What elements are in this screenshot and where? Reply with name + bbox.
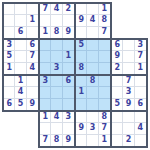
sudoku-cell-r12c12[interactable] <box>135 135 146 146</box>
sudoku-cell-r6c11[interactable] <box>123 63 134 74</box>
sudoku-cell-r7c1[interactable] <box>4 76 15 87</box>
sudoku-cell-r1c5[interactable]: 4 <box>51 4 62 15</box>
sudoku-cell-r11c12[interactable]: 4 <box>135 123 146 134</box>
sudoku-cell-r9c6[interactable] <box>63 99 74 110</box>
sudoku-cell-r5c1[interactable]: 5 <box>4 51 15 62</box>
sudoku-cell-r9c11[interactable]: 9 <box>123 99 134 110</box>
sudoku-cell-r6c6[interactable] <box>63 63 74 74</box>
sudoku-cell-r3c2[interactable]: 6 <box>15 27 26 38</box>
sudoku-cell-r9c8[interactable] <box>87 99 98 110</box>
sudoku-cell-r12c8[interactable] <box>87 135 98 146</box>
sudoku-box-overlap: 13 <box>38 38 76 76</box>
sudoku-cell-r12c4[interactable]: 7 <box>40 135 51 146</box>
sudoku-cell-r2c1[interactable] <box>4 15 15 26</box>
sudoku-cell-r10c5[interactable]: 4 <box>51 112 62 123</box>
sudoku-cell-r6c3[interactable]: 4 <box>27 63 38 74</box>
sudoku-box: 16 <box>2 2 40 40</box>
sudoku-box-overlap: 36 <box>38 74 76 112</box>
sudoku-cell-r11c4[interactable] <box>40 123 51 134</box>
sudoku-cell-r7c9[interactable] <box>99 76 110 87</box>
sudoku-cell-r1c6[interactable]: 2 <box>63 4 74 15</box>
sudoku-cell-r2c6[interactable] <box>63 15 74 26</box>
sudoku-cell-r3c4[interactable]: 1 <box>40 27 51 38</box>
sudoku-cell-r12c10[interactable] <box>112 135 123 146</box>
sudoku-box: 742189 <box>38 2 76 40</box>
sudoku-cell-r4c8[interactable] <box>87 40 98 51</box>
sudoku-cell-r4c6[interactable] <box>63 40 74 51</box>
sudoku-cell-r9c5[interactable] <box>51 99 62 110</box>
sudoku-cell-r12c11[interactable]: 2 <box>123 135 134 146</box>
sudoku-cell-r10c4[interactable]: 1 <box>40 112 51 123</box>
sudoku-cell-r12c6[interactable]: 9 <box>63 135 74 146</box>
sudoku-cell-r12c5[interactable]: 8 <box>51 135 62 146</box>
sudoku-cell-r6c7[interactable]: 8 <box>76 63 87 74</box>
sudoku-cell-r7c2[interactable]: 1 <box>15 76 26 87</box>
sudoku-cell-r10c8[interactable] <box>87 112 98 123</box>
sudoku-cell-r8c2[interactable]: 4 <box>15 87 26 98</box>
sudoku-cell-r4c7[interactable]: 5 <box>76 40 87 51</box>
sudoku-cell-r12c7[interactable] <box>76 135 87 146</box>
sudoku-box-overlap: 81 <box>74 74 112 112</box>
sudoku-cell-r5c10[interactable]: 9 <box>112 51 123 62</box>
sudoku-cell-r6c9[interactable] <box>99 63 110 74</box>
sudoku-cell-r9c3[interactable]: 9 <box>27 99 38 110</box>
sudoku-cell-r2c4[interactable] <box>40 15 51 26</box>
sudoku-cell-r8c10[interactable] <box>112 87 123 98</box>
sudoku-box-overlap: 58 <box>74 38 112 76</box>
sudoku-cell-r3c6[interactable]: 9 <box>63 27 74 38</box>
sudoku-cell-r8c9[interactable] <box>99 87 110 98</box>
sudoku-cell-r10c7[interactable] <box>76 112 87 123</box>
sudoku-cell-r4c12[interactable]: 3 <box>135 40 146 51</box>
sudoku-cell-r5c9[interactable] <box>99 51 110 62</box>
sudoku-cell-r3c9[interactable]: 7 <box>99 27 110 38</box>
sudoku-box: 365714 <box>2 38 40 76</box>
sudoku-cell-r11c9[interactable]: 7 <box>99 123 110 134</box>
sudoku-cell-r2c2[interactable] <box>15 15 26 26</box>
sudoku-cell-r2c7[interactable]: 9 <box>76 15 87 26</box>
sudoku-cell-r4c5[interactable] <box>51 40 62 51</box>
sudoku-cell-r4c1[interactable]: 3 <box>4 40 15 51</box>
sudoku-cell-r1c7[interactable] <box>76 4 87 15</box>
sudoku-cell-r9c4[interactable] <box>40 99 51 110</box>
sudoku-cell-r11c7[interactable]: 9 <box>76 123 87 134</box>
sudoku-cell-r3c7[interactable] <box>76 27 87 38</box>
sudoku-cell-r4c11[interactable] <box>123 40 134 51</box>
sudoku-cell-r10c9[interactable]: 8 <box>99 112 110 123</box>
sudoku-cell-r1c4[interactable]: 7 <box>40 4 51 15</box>
sudoku-cell-r5c3[interactable]: 7 <box>27 51 38 62</box>
sudoku-cell-r6c8[interactable] <box>87 63 98 74</box>
sudoku-box: 89371 <box>74 110 112 148</box>
sudoku-cell-r7c4[interactable]: 3 <box>40 76 51 87</box>
sudoku-cell-r11c10[interactable] <box>112 123 123 134</box>
sudoku-cell-r2c8[interactable]: 4 <box>87 15 98 26</box>
sudoku-cell-r10c6[interactable]: 3 <box>63 112 74 123</box>
sudoku-cell-r3c8[interactable] <box>87 27 98 38</box>
sudoku-cell-r3c3[interactable] <box>27 27 38 38</box>
sudoku-cell-r8c12[interactable] <box>135 87 146 98</box>
sudoku-cell-r7c5[interactable] <box>51 76 62 87</box>
sudoku-box: 73596 <box>110 74 148 112</box>
sudoku-cell-r8c4[interactable] <box>40 87 51 98</box>
sudoku-cell-r6c10[interactable]: 2 <box>112 63 123 74</box>
sudoku-cell-r5c5[interactable] <box>51 51 62 62</box>
sudoku-cell-r7c12[interactable] <box>135 76 146 87</box>
sudoku-cell-r7c10[interactable] <box>112 76 123 87</box>
sudoku-cell-r3c5[interactable]: 8 <box>51 27 62 38</box>
sudoku-cell-r4c10[interactable]: 6 <box>112 40 123 51</box>
sudoku-cell-r5c6[interactable]: 1 <box>63 51 74 62</box>
sudoku-cell-r5c7[interactable] <box>76 51 87 62</box>
sudoku-cell-r2c5[interactable] <box>51 15 62 26</box>
sudoku-box: 19487 <box>74 2 112 40</box>
sudoku-cell-r2c3[interactable]: 1 <box>27 15 38 26</box>
sudoku-box: 14659 <box>2 74 40 112</box>
sudoku-cell-r6c2[interactable] <box>15 63 26 74</box>
sudoku-cell-r4c2[interactable] <box>15 40 26 51</box>
sudoku-cell-r8c6[interactable] <box>63 87 74 98</box>
sudoku-cell-r11c8[interactable]: 3 <box>87 123 98 134</box>
sudoku-box: 42 <box>110 110 148 148</box>
sudoku-cell-r1c1[interactable] <box>4 4 15 15</box>
sudoku-cell-r6c5[interactable]: 3 <box>51 63 62 74</box>
sudoku-cell-r9c10[interactable]: 5 <box>112 99 123 110</box>
sudoku-cell-r5c2[interactable] <box>15 51 26 62</box>
sudoku-cell-r1c2[interactable] <box>15 4 26 15</box>
sudoku-cell-r10c10[interactable] <box>112 112 123 123</box>
sudoku-cell-r8c5[interactable] <box>51 87 62 98</box>
sudoku-cell-r4c4[interactable] <box>40 40 51 51</box>
sudoku-cell-r12c9[interactable]: 1 <box>99 135 110 146</box>
sudoku-cell-r7c11[interactable]: 7 <box>123 76 134 87</box>
sudoku-cell-r7c3[interactable] <box>27 76 38 87</box>
sudoku-cell-r9c9[interactable] <box>99 99 110 110</box>
sudoku-cell-r6c1[interactable]: 1 <box>4 63 15 74</box>
sudoku-cell-r11c6[interactable] <box>63 123 74 134</box>
sudoku-cell-r7c7[interactable] <box>76 76 87 87</box>
sudoku-cell-r8c3[interactable] <box>27 87 38 98</box>
sudoku-board: 1674218919487365714135863972114659368173… <box>0 0 150 150</box>
sudoku-cell-r3c1[interactable] <box>4 27 15 38</box>
sudoku-cell-r9c2[interactable]: 5 <box>15 99 26 110</box>
sudoku-cell-r4c3[interactable]: 6 <box>27 40 38 51</box>
sudoku-cell-r8c1[interactable] <box>4 87 15 98</box>
sudoku-cell-r1c3[interactable] <box>27 4 38 15</box>
sudoku-cell-r1c8[interactable] <box>87 4 98 15</box>
sudoku-cell-r5c4[interactable] <box>40 51 51 62</box>
sudoku-cell-r9c12[interactable]: 6 <box>135 99 146 110</box>
sudoku-cell-r6c4[interactable] <box>40 63 51 74</box>
sudoku-cell-r8c7[interactable]: 1 <box>76 87 87 98</box>
sudoku-box: 639721 <box>110 38 148 76</box>
sudoku-cell-r1c9[interactable]: 1 <box>99 4 110 15</box>
sudoku-box: 143789 <box>38 110 76 148</box>
sudoku-cell-r11c11[interactable] <box>123 123 134 134</box>
sudoku-cell-r6c12[interactable]: 1 <box>135 63 146 74</box>
sudoku-cell-r9c1[interactable]: 6 <box>4 99 15 110</box>
sudoku-cell-r4c9[interactable] <box>99 40 110 51</box>
sudoku-cell-r7c8[interactable]: 8 <box>87 76 98 87</box>
sudoku-cell-r5c12[interactable]: 7 <box>135 51 146 62</box>
sudoku-cell-r8c8[interactable] <box>87 87 98 98</box>
sudoku-cell-r7c6[interactable]: 6 <box>63 76 74 87</box>
sudoku-cell-r9c7[interactable] <box>76 99 87 110</box>
sudoku-cell-r5c8[interactable] <box>87 51 98 62</box>
sudoku-cell-r2c9[interactable]: 8 <box>99 15 110 26</box>
sudoku-cell-r11c5[interactable] <box>51 123 62 134</box>
sudoku-cell-r5c11[interactable] <box>123 51 134 62</box>
sudoku-cell-r8c11[interactable]: 3 <box>123 87 134 98</box>
sudoku-cell-r10c11[interactable] <box>123 112 134 123</box>
sudoku-cell-r10c12[interactable] <box>135 112 146 123</box>
